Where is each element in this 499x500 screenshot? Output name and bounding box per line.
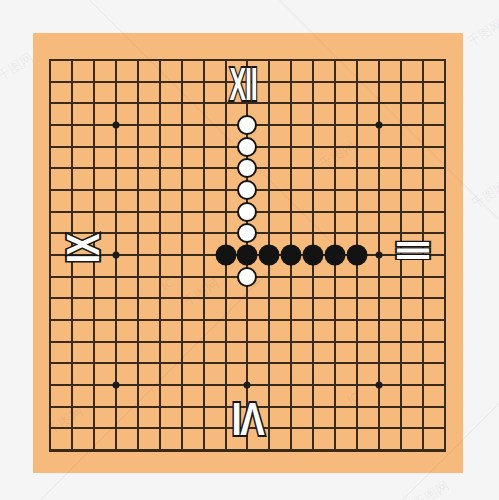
black-stone[interactable] xyxy=(281,244,302,265)
board-cell[interactable] xyxy=(324,266,346,288)
board-cell[interactable] xyxy=(434,92,456,114)
board-cell[interactable] xyxy=(83,418,105,440)
board-cell[interactable] xyxy=(149,374,171,396)
board-cell[interactable] xyxy=(193,222,215,244)
board-cell[interactable] xyxy=(346,396,368,418)
board-cell[interactable] xyxy=(237,92,259,114)
board-cell[interactable] xyxy=(39,288,61,310)
board-cell[interactable] xyxy=(127,309,149,331)
board-cell[interactable] xyxy=(105,71,127,93)
board-cell[interactable] xyxy=(412,309,434,331)
board-cell[interactable] xyxy=(61,201,83,223)
board-cell[interactable] xyxy=(39,331,61,353)
board-cell[interactable] xyxy=(258,179,280,201)
board-cell[interactable] xyxy=(412,136,434,158)
board-cell[interactable] xyxy=(193,114,215,136)
board-cell[interactable] xyxy=(61,331,83,353)
board-cell[interactable] xyxy=(171,266,193,288)
board-cell[interactable] xyxy=(412,288,434,310)
board-cell[interactable] xyxy=(390,136,412,158)
board-cell[interactable] xyxy=(237,353,259,375)
black-stone[interactable] xyxy=(259,244,280,265)
board-cell[interactable] xyxy=(215,71,237,93)
board-cell[interactable] xyxy=(302,309,324,331)
board-cell[interactable] xyxy=(258,92,280,114)
board-cell[interactable] xyxy=(368,49,390,71)
white-stone[interactable] xyxy=(237,223,257,243)
board-cell[interactable] xyxy=(324,179,346,201)
board-cell[interactable] xyxy=(83,114,105,136)
board-cell[interactable] xyxy=(149,136,171,158)
board-cell[interactable] xyxy=(258,396,280,418)
board-cell[interactable] xyxy=(215,157,237,179)
board-cell[interactable] xyxy=(171,71,193,93)
board-cell[interactable] xyxy=(193,353,215,375)
board-cell[interactable] xyxy=(346,353,368,375)
board-cell[interactable] xyxy=(280,71,302,93)
board-cell[interactable] xyxy=(368,244,390,266)
board-cell[interactable] xyxy=(324,331,346,353)
board-cell[interactable] xyxy=(302,396,324,418)
board-cell[interactable] xyxy=(83,201,105,223)
board-cell[interactable] xyxy=(280,288,302,310)
board-cell[interactable] xyxy=(412,179,434,201)
board-cell[interactable] xyxy=(258,222,280,244)
board-cell[interactable] xyxy=(105,353,127,375)
board-cell[interactable] xyxy=(346,157,368,179)
board-cell[interactable] xyxy=(39,157,61,179)
board-cell[interactable] xyxy=(83,396,105,418)
board-cell[interactable] xyxy=(193,288,215,310)
board-cell[interactable] xyxy=(39,92,61,114)
black-stone[interactable] xyxy=(215,244,236,265)
board-cell[interactable] xyxy=(412,266,434,288)
board-cell[interactable] xyxy=(302,222,324,244)
board-cell[interactable] xyxy=(280,418,302,440)
board-cell[interactable] xyxy=(149,396,171,418)
board-cell[interactable] xyxy=(83,136,105,158)
board-cell[interactable] xyxy=(434,439,456,461)
board-cell[interactable] xyxy=(412,396,434,418)
board-cell[interactable] xyxy=(105,49,127,71)
board-cell[interactable] xyxy=(215,222,237,244)
board-cell[interactable] xyxy=(280,244,302,266)
board-cell[interactable] xyxy=(171,439,193,461)
board-cell[interactable] xyxy=(368,418,390,440)
board-cell[interactable] xyxy=(237,179,259,201)
board-cell[interactable] xyxy=(412,49,434,71)
board-cell[interactable] xyxy=(39,136,61,158)
board-cell[interactable] xyxy=(105,439,127,461)
board-cell[interactable] xyxy=(237,309,259,331)
board-cell[interactable] xyxy=(280,49,302,71)
board-cell[interactable] xyxy=(215,136,237,158)
board-cell[interactable] xyxy=(39,114,61,136)
board-cell[interactable] xyxy=(61,49,83,71)
board-cell[interactable] xyxy=(412,374,434,396)
board-cell[interactable] xyxy=(237,439,259,461)
board-cell[interactable] xyxy=(149,244,171,266)
board-cell[interactable] xyxy=(434,201,456,223)
board-cell[interactable] xyxy=(390,439,412,461)
board-cell[interactable] xyxy=(412,71,434,93)
board-cell[interactable] xyxy=(302,92,324,114)
board-cell[interactable] xyxy=(346,266,368,288)
board-cell[interactable] xyxy=(61,266,83,288)
board-cell[interactable] xyxy=(193,71,215,93)
board-cell[interactable] xyxy=(193,157,215,179)
board-cell[interactable] xyxy=(127,353,149,375)
board-cell[interactable] xyxy=(368,222,390,244)
board-cell[interactable] xyxy=(83,374,105,396)
board-cell[interactable] xyxy=(324,71,346,93)
board-cell[interactable] xyxy=(324,92,346,114)
board-cell[interactable] xyxy=(434,179,456,201)
board-cell[interactable] xyxy=(302,374,324,396)
board-cell[interactable] xyxy=(237,374,259,396)
white-stone[interactable] xyxy=(237,180,257,200)
board-cell[interactable] xyxy=(105,157,127,179)
board-cell[interactable] xyxy=(127,92,149,114)
board-cell[interactable] xyxy=(302,71,324,93)
board-cell[interactable] xyxy=(127,266,149,288)
board-cell[interactable] xyxy=(412,353,434,375)
board-cell[interactable] xyxy=(390,114,412,136)
board-cell[interactable] xyxy=(61,222,83,244)
board-cell[interactable] xyxy=(368,179,390,201)
board-cell[interactable] xyxy=(149,222,171,244)
board-cell[interactable] xyxy=(258,374,280,396)
board-cell[interactable] xyxy=(193,439,215,461)
board-cell[interactable] xyxy=(302,244,324,266)
board-cell[interactable] xyxy=(368,439,390,461)
board-cell[interactable] xyxy=(171,92,193,114)
board-cell[interactable] xyxy=(171,114,193,136)
board-cell[interactable] xyxy=(105,179,127,201)
board-cell[interactable] xyxy=(83,49,105,71)
board-cell[interactable] xyxy=(237,244,259,266)
board-cell[interactable] xyxy=(434,157,456,179)
board-cell[interactable] xyxy=(346,114,368,136)
board-cell[interactable] xyxy=(346,309,368,331)
board-cell[interactable] xyxy=(346,374,368,396)
board-cell[interactable] xyxy=(324,244,346,266)
board-cell[interactable] xyxy=(149,71,171,93)
board-cell[interactable] xyxy=(258,244,280,266)
board-cell[interactable] xyxy=(237,266,259,288)
board-cell[interactable] xyxy=(258,266,280,288)
board-cell[interactable] xyxy=(149,331,171,353)
board-cell[interactable] xyxy=(324,49,346,71)
board-cell[interactable] xyxy=(434,71,456,93)
board-cell[interactable] xyxy=(215,49,237,71)
board-cell[interactable] xyxy=(83,222,105,244)
board-cell[interactable] xyxy=(412,439,434,461)
board-cell[interactable] xyxy=(434,222,456,244)
board-cell[interactable] xyxy=(302,179,324,201)
board-cell[interactable] xyxy=(412,92,434,114)
board-cell[interactable] xyxy=(39,439,61,461)
board-cell[interactable] xyxy=(127,396,149,418)
board-cell[interactable] xyxy=(324,222,346,244)
board-cell[interactable] xyxy=(390,396,412,418)
board-cell[interactable] xyxy=(61,114,83,136)
board-cell[interactable] xyxy=(280,222,302,244)
board-cell[interactable] xyxy=(39,222,61,244)
board-cell[interactable] xyxy=(127,201,149,223)
black-stone[interactable] xyxy=(325,244,346,265)
board-cell[interactable] xyxy=(83,244,105,266)
board-cell[interactable] xyxy=(83,331,105,353)
board-cell[interactable] xyxy=(434,353,456,375)
board-cell[interactable] xyxy=(61,374,83,396)
board-cell[interactable] xyxy=(237,71,259,93)
black-stone[interactable] xyxy=(303,244,324,265)
board-cell[interactable] xyxy=(390,157,412,179)
board-cell[interactable] xyxy=(324,201,346,223)
board-cell[interactable] xyxy=(105,114,127,136)
board-cell[interactable] xyxy=(39,396,61,418)
board-cell[interactable] xyxy=(346,439,368,461)
board-cell[interactable] xyxy=(105,331,127,353)
board-cell[interactable] xyxy=(302,418,324,440)
board-cell[interactable] xyxy=(149,92,171,114)
board-cell[interactable] xyxy=(390,49,412,71)
board-cell[interactable] xyxy=(346,288,368,310)
white-stone[interactable] xyxy=(237,158,257,178)
board-cell[interactable] xyxy=(83,309,105,331)
board-cell[interactable] xyxy=(390,71,412,93)
board-cell[interactable] xyxy=(105,418,127,440)
board-cell[interactable] xyxy=(215,201,237,223)
board-cell[interactable] xyxy=(171,136,193,158)
board-cell[interactable] xyxy=(258,439,280,461)
board-cell[interactable] xyxy=(346,92,368,114)
board-cell[interactable] xyxy=(39,309,61,331)
board-cell[interactable] xyxy=(324,309,346,331)
board-cell[interactable] xyxy=(280,157,302,179)
board-cell[interactable] xyxy=(324,396,346,418)
board-cell[interactable] xyxy=(105,374,127,396)
board-cell[interactable] xyxy=(302,331,324,353)
board-cell[interactable] xyxy=(193,49,215,71)
board-cell[interactable] xyxy=(61,418,83,440)
board-cell[interactable] xyxy=(302,114,324,136)
board-cell[interactable] xyxy=(127,288,149,310)
board-cell[interactable] xyxy=(193,374,215,396)
board-cell[interactable] xyxy=(127,244,149,266)
board-cell[interactable] xyxy=(193,396,215,418)
board-cell[interactable] xyxy=(105,136,127,158)
board-cell[interactable] xyxy=(390,201,412,223)
board-cell[interactable] xyxy=(149,418,171,440)
board-cell[interactable] xyxy=(302,266,324,288)
white-stone[interactable] xyxy=(237,202,257,222)
board-cell[interactable] xyxy=(280,266,302,288)
board-cell[interactable] xyxy=(237,201,259,223)
board-cell[interactable] xyxy=(39,49,61,71)
board-cell[interactable] xyxy=(127,71,149,93)
board-cell[interactable] xyxy=(39,201,61,223)
board-cell[interactable] xyxy=(39,418,61,440)
board-cell[interactable] xyxy=(193,179,215,201)
board-cell[interactable] xyxy=(215,179,237,201)
board-cell[interactable] xyxy=(39,244,61,266)
board-cell[interactable] xyxy=(105,288,127,310)
board-cell[interactable] xyxy=(324,114,346,136)
board-cell[interactable] xyxy=(258,114,280,136)
board-cell[interactable] xyxy=(368,71,390,93)
board-cell[interactable] xyxy=(193,201,215,223)
board-cell[interactable] xyxy=(412,222,434,244)
board-cell[interactable] xyxy=(324,136,346,158)
board-cell[interactable] xyxy=(390,418,412,440)
board-cell[interactable] xyxy=(39,353,61,375)
board-cell[interactable] xyxy=(149,266,171,288)
board-cell[interactable] xyxy=(324,353,346,375)
board-cell[interactable] xyxy=(127,49,149,71)
white-stone[interactable] xyxy=(237,137,257,157)
board-cell[interactable] xyxy=(258,309,280,331)
board-cell[interactable] xyxy=(258,288,280,310)
board-cell[interactable] xyxy=(193,266,215,288)
board-cell[interactable] xyxy=(324,157,346,179)
board-cell[interactable] xyxy=(368,201,390,223)
board-cell[interactable] xyxy=(412,201,434,223)
board-cell[interactable] xyxy=(346,136,368,158)
board-cell[interactable] xyxy=(215,418,237,440)
board-cell[interactable] xyxy=(412,114,434,136)
board-cell[interactable] xyxy=(149,179,171,201)
board-cell[interactable] xyxy=(61,157,83,179)
board-cell[interactable] xyxy=(171,179,193,201)
board-cell[interactable] xyxy=(149,353,171,375)
board-cell[interactable] xyxy=(215,114,237,136)
white-stone[interactable] xyxy=(237,115,257,135)
board-cell[interactable] xyxy=(434,266,456,288)
board-cell[interactable] xyxy=(83,71,105,93)
board-cell[interactable] xyxy=(83,92,105,114)
board-cell[interactable] xyxy=(171,331,193,353)
board-cell[interactable] xyxy=(390,374,412,396)
board-cell[interactable] xyxy=(280,353,302,375)
board-cell[interactable] xyxy=(258,353,280,375)
board-cell[interactable] xyxy=(61,353,83,375)
board-cell[interactable] xyxy=(149,114,171,136)
board-cell[interactable] xyxy=(193,418,215,440)
board-cell[interactable] xyxy=(302,136,324,158)
board-cell[interactable] xyxy=(171,244,193,266)
board-cell[interactable] xyxy=(302,353,324,375)
board-cell[interactable] xyxy=(237,396,259,418)
board-cell[interactable] xyxy=(258,71,280,93)
board-cell[interactable] xyxy=(193,244,215,266)
board-cell[interactable] xyxy=(105,396,127,418)
board-cell[interactable] xyxy=(368,331,390,353)
board-cell[interactable] xyxy=(61,179,83,201)
board-cell[interactable] xyxy=(193,309,215,331)
board-cell[interactable] xyxy=(193,136,215,158)
board-cell[interactable] xyxy=(171,49,193,71)
board-cell[interactable] xyxy=(280,396,302,418)
board-cell[interactable] xyxy=(434,418,456,440)
board-cell[interactable] xyxy=(83,353,105,375)
board-cell[interactable] xyxy=(412,331,434,353)
board-cell[interactable] xyxy=(346,244,368,266)
board-cell[interactable] xyxy=(390,309,412,331)
board-cell[interactable] xyxy=(83,179,105,201)
board-cell[interactable] xyxy=(61,136,83,158)
board-cell[interactable] xyxy=(171,222,193,244)
board-cell[interactable] xyxy=(368,374,390,396)
board-cell[interactable] xyxy=(171,201,193,223)
board-cell[interactable] xyxy=(368,266,390,288)
board-cell[interactable] xyxy=(368,353,390,375)
board-cell[interactable] xyxy=(390,288,412,310)
board-cell[interactable] xyxy=(127,114,149,136)
board-cell[interactable] xyxy=(390,92,412,114)
board-cell[interactable] xyxy=(280,309,302,331)
board-cell[interactable] xyxy=(237,331,259,353)
board-cell[interactable] xyxy=(346,71,368,93)
board-cell[interactable] xyxy=(149,201,171,223)
board-cell[interactable] xyxy=(434,331,456,353)
board-cell[interactable] xyxy=(127,418,149,440)
board-cell[interactable] xyxy=(105,266,127,288)
board-cell[interactable] xyxy=(324,288,346,310)
board-cell[interactable] xyxy=(149,288,171,310)
board-cell[interactable] xyxy=(127,222,149,244)
black-stone[interactable] xyxy=(237,244,258,265)
board-cell[interactable] xyxy=(127,157,149,179)
board-cell[interactable] xyxy=(171,309,193,331)
board-cell[interactable] xyxy=(39,179,61,201)
board-cell[interactable] xyxy=(61,309,83,331)
board-cell[interactable] xyxy=(237,288,259,310)
board-cell[interactable] xyxy=(127,331,149,353)
board-cell[interactable] xyxy=(171,396,193,418)
board-cell[interactable] xyxy=(149,309,171,331)
board-cell[interactable] xyxy=(215,244,237,266)
black-stone[interactable] xyxy=(347,244,368,265)
board-cell[interactable] xyxy=(215,396,237,418)
board-cell[interactable] xyxy=(61,244,83,266)
board-cell[interactable] xyxy=(434,244,456,266)
board-cell[interactable] xyxy=(346,179,368,201)
board-cell[interactable] xyxy=(324,374,346,396)
board-cell[interactable] xyxy=(127,439,149,461)
board-cell[interactable] xyxy=(171,374,193,396)
board-cell[interactable] xyxy=(83,157,105,179)
board-cell[interactable] xyxy=(368,136,390,158)
board-cell[interactable] xyxy=(434,396,456,418)
board-cell[interactable] xyxy=(324,418,346,440)
board-cell[interactable] xyxy=(346,49,368,71)
board-cell[interactable] xyxy=(171,353,193,375)
board-cell[interactable] xyxy=(368,114,390,136)
board-cell[interactable] xyxy=(390,331,412,353)
board-cell[interactable] xyxy=(434,114,456,136)
board-cell[interactable] xyxy=(215,374,237,396)
board-cell[interactable] xyxy=(302,201,324,223)
board-cell[interactable] xyxy=(258,418,280,440)
board-cell[interactable] xyxy=(434,49,456,71)
board-cell[interactable] xyxy=(302,157,324,179)
board-cell[interactable] xyxy=(280,92,302,114)
board-cell[interactable] xyxy=(149,157,171,179)
board-cell[interactable] xyxy=(302,288,324,310)
board-cell[interactable] xyxy=(346,331,368,353)
